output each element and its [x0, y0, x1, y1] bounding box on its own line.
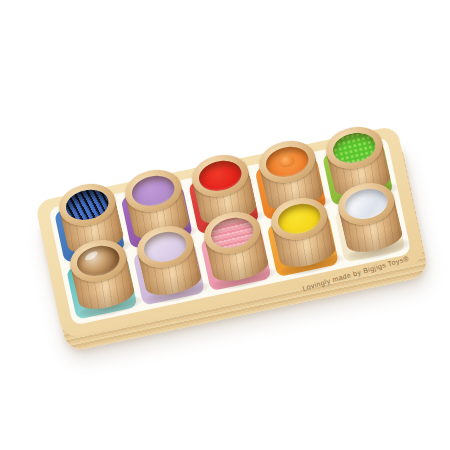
mirror-insert: [342, 185, 390, 222]
yellow-felt-insert: [275, 200, 323, 237]
orange-bump-insert: [263, 143, 311, 180]
green-nubs-insert: [330, 129, 378, 166]
purple-felt-insert: [129, 172, 177, 209]
blue-ridges-insert: [63, 186, 111, 223]
product-photo-canvas: Lovingly made by Bigjigs Toys®: [0, 0, 450, 450]
glass-lens-insert: [74, 242, 122, 279]
lilac-smooth-insert: [141, 228, 189, 265]
red-felt-insert: [196, 157, 244, 194]
pink-waves-insert: [208, 214, 256, 251]
